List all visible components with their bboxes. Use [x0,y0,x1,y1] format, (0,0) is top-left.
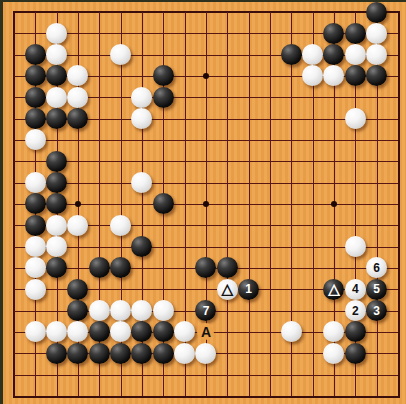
hoshi-point [203,201,209,207]
go-board[interactable]: △△1234567A [0,0,406,404]
hoshi-point [203,73,209,79]
grid-line [14,375,398,376]
white-stone[interactable] [366,23,387,44]
grid-line [14,183,398,184]
black-stone[interactable] [345,343,366,364]
board-edge-left [0,0,3,404]
black-stone[interactable] [153,343,174,364]
white-stone[interactable] [153,300,174,321]
board-edge-top [0,0,406,2]
white-stone[interactable] [46,87,67,108]
black-stone[interactable] [89,343,110,364]
black-stone[interactable] [110,343,131,364]
black-stone[interactable] [25,215,46,236]
black-stone[interactable] [345,23,366,44]
black-stone[interactable] [281,44,302,65]
black-stone[interactable] [238,279,259,300]
black-stone[interactable] [25,87,46,108]
grid-line [14,247,398,248]
white-stone[interactable] [345,300,366,321]
black-stone[interactable] [46,343,67,364]
black-stone[interactable] [366,2,387,23]
black-stone[interactable] [25,108,46,129]
white-stone[interactable] [174,343,195,364]
grid-line [14,140,398,141]
white-stone[interactable] [345,108,366,129]
white-stone[interactable] [25,236,46,257]
white-stone[interactable] [25,172,46,193]
white-stone[interactable] [46,215,67,236]
white-stone[interactable] [345,44,366,65]
black-stone[interactable] [153,87,174,108]
white-stone[interactable] [217,279,238,300]
hoshi-point [75,201,81,207]
white-stone[interactable] [345,279,366,300]
black-stone[interactable] [46,151,67,172]
white-stone[interactable] [25,279,46,300]
white-stone[interactable] [46,23,67,44]
black-stone[interactable] [25,44,46,65]
hoshi-point [331,201,337,207]
black-stone[interactable] [366,279,387,300]
white-stone[interactable] [110,215,131,236]
white-stone[interactable] [345,236,366,257]
white-stone[interactable] [89,300,110,321]
grid-line [14,161,398,162]
